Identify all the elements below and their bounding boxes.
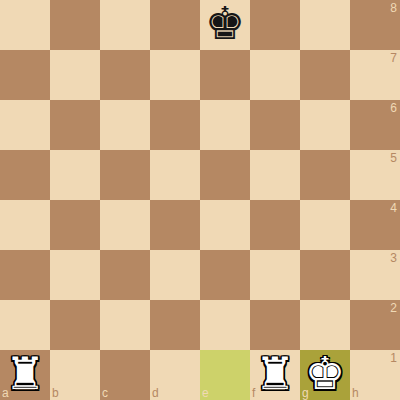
square-b2[interactable] bbox=[50, 300, 100, 350]
rank-label-4: 4 bbox=[390, 202, 397, 214]
square-e6[interactable] bbox=[200, 100, 250, 150]
square-h8[interactable]: 8 bbox=[350, 0, 400, 50]
square-g8[interactable] bbox=[300, 0, 350, 50]
square-d4[interactable] bbox=[150, 200, 200, 250]
rank-label-8: 8 bbox=[390, 2, 397, 14]
rank-label-6: 6 bbox=[390, 102, 397, 114]
square-d1[interactable]: d bbox=[150, 350, 200, 400]
file-label-e: e bbox=[202, 387, 209, 399]
square-h4[interactable]: 4 bbox=[350, 200, 400, 250]
square-d3[interactable] bbox=[150, 250, 200, 300]
square-e3[interactable] bbox=[200, 250, 250, 300]
square-c7[interactable] bbox=[100, 50, 150, 100]
square-d2[interactable] bbox=[150, 300, 200, 350]
square-f3[interactable] bbox=[250, 250, 300, 300]
square-f5[interactable] bbox=[250, 150, 300, 200]
square-h1[interactable]: 1h bbox=[350, 350, 400, 400]
square-h5[interactable]: 5 bbox=[350, 150, 400, 200]
square-f7[interactable] bbox=[250, 50, 300, 100]
square-g5[interactable] bbox=[300, 150, 350, 200]
file-label-f: f bbox=[252, 387, 255, 399]
rank-label-7: 7 bbox=[390, 52, 397, 64]
square-g3[interactable] bbox=[300, 250, 350, 300]
square-d5[interactable] bbox=[150, 150, 200, 200]
square-f2[interactable] bbox=[250, 300, 300, 350]
rank-label-1: 1 bbox=[390, 352, 397, 364]
black-king-piece[interactable]: ♚ bbox=[205, 0, 245, 49]
square-b8[interactable] bbox=[50, 0, 100, 50]
square-d7[interactable] bbox=[150, 50, 200, 100]
square-b1[interactable]: b bbox=[50, 350, 100, 400]
white-rook-piece[interactable]: ♜ bbox=[5, 349, 45, 399]
square-a8[interactable] bbox=[0, 0, 50, 50]
square-f4[interactable] bbox=[250, 200, 300, 250]
square-g2[interactable] bbox=[300, 300, 350, 350]
square-a5[interactable] bbox=[0, 150, 50, 200]
square-e8[interactable]: ♚ bbox=[200, 0, 250, 50]
square-c6[interactable] bbox=[100, 100, 150, 150]
chess-board: ♚8765432a♜bcdef♜g♚1h bbox=[0, 0, 400, 400]
square-b7[interactable] bbox=[50, 50, 100, 100]
square-f8[interactable] bbox=[250, 0, 300, 50]
square-d6[interactable] bbox=[150, 100, 200, 150]
square-g1[interactable]: g♚ bbox=[300, 350, 350, 400]
file-label-d: d bbox=[152, 387, 159, 399]
square-a4[interactable] bbox=[0, 200, 50, 250]
square-a2[interactable] bbox=[0, 300, 50, 350]
square-f1[interactable]: f♜ bbox=[250, 350, 300, 400]
square-e1[interactable]: e bbox=[200, 350, 250, 400]
square-g6[interactable] bbox=[300, 100, 350, 150]
square-b6[interactable] bbox=[50, 100, 100, 150]
square-c3[interactable] bbox=[100, 250, 150, 300]
file-label-a: a bbox=[2, 387, 9, 399]
square-c1[interactable]: c bbox=[100, 350, 150, 400]
file-label-h: h bbox=[352, 387, 359, 399]
square-f6[interactable] bbox=[250, 100, 300, 150]
square-g4[interactable] bbox=[300, 200, 350, 250]
square-b3[interactable] bbox=[50, 250, 100, 300]
square-h7[interactable]: 7 bbox=[350, 50, 400, 100]
square-c4[interactable] bbox=[100, 200, 150, 250]
square-e4[interactable] bbox=[200, 200, 250, 250]
white-king-piece[interactable]: ♚ bbox=[305, 349, 345, 399]
square-a6[interactable] bbox=[0, 100, 50, 150]
square-b4[interactable] bbox=[50, 200, 100, 250]
rank-label-2: 2 bbox=[390, 302, 397, 314]
square-c2[interactable] bbox=[100, 300, 150, 350]
file-label-b: b bbox=[52, 387, 59, 399]
rank-label-5: 5 bbox=[390, 152, 397, 164]
square-g7[interactable] bbox=[300, 50, 350, 100]
square-c8[interactable] bbox=[100, 0, 150, 50]
square-h3[interactable]: 3 bbox=[350, 250, 400, 300]
file-label-c: c bbox=[102, 387, 108, 399]
square-e5[interactable] bbox=[200, 150, 250, 200]
square-a1[interactable]: a♜ bbox=[0, 350, 50, 400]
file-label-g: g bbox=[302, 387, 309, 399]
square-e2[interactable] bbox=[200, 300, 250, 350]
square-h6[interactable]: 6 bbox=[350, 100, 400, 150]
rank-label-3: 3 bbox=[390, 252, 397, 264]
white-rook-piece[interactable]: ♜ bbox=[255, 349, 295, 399]
board-wrap: ♚8765432a♜bcdef♜g♚1h bbox=[0, 0, 400, 400]
square-e7[interactable] bbox=[200, 50, 250, 100]
square-a7[interactable] bbox=[0, 50, 50, 100]
square-h2[interactable]: 2 bbox=[350, 300, 400, 350]
square-a3[interactable] bbox=[0, 250, 50, 300]
square-b5[interactable] bbox=[50, 150, 100, 200]
square-c5[interactable] bbox=[100, 150, 150, 200]
square-d8[interactable] bbox=[150, 0, 200, 50]
